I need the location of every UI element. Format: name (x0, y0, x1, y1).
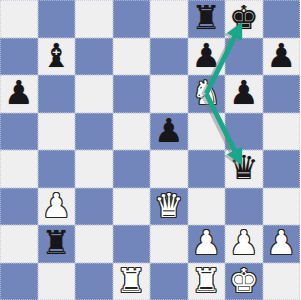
chess-board: ♜♚♝♟♟♟♞♟♟♛♟♛♜♟♟♟♜♜♚ (0, 0, 300, 300)
piece-white-pawn[interactable]: ♟ (266, 226, 296, 259)
piece-white-rook[interactable]: ♜ (116, 264, 146, 297)
square-d3[interactable] (113, 188, 151, 226)
piece-black-pawn[interactable]: ♟ (4, 76, 34, 109)
piece-black-rook[interactable]: ♜ (41, 226, 71, 259)
piece-black-queen[interactable]: ♛ (229, 151, 259, 184)
square-h2[interactable]: ♟ (263, 225, 301, 263)
square-a7[interactable] (0, 38, 38, 76)
square-b2[interactable]: ♜ (38, 225, 76, 263)
square-c5[interactable] (75, 113, 113, 151)
square-c4[interactable] (75, 150, 113, 188)
piece-black-pawn[interactable]: ♟ (266, 39, 296, 72)
square-h3[interactable] (263, 188, 301, 226)
piece-black-pawn[interactable]: ♟ (154, 114, 184, 147)
square-c3[interactable] (75, 188, 113, 226)
square-h1[interactable] (263, 263, 301, 300)
square-f4[interactable] (188, 150, 226, 188)
square-d4[interactable] (113, 150, 151, 188)
square-d5[interactable] (113, 113, 151, 151)
piece-white-knight[interactable]: ♞ (191, 76, 221, 109)
square-c1[interactable] (75, 263, 113, 300)
piece-white-king[interactable]: ♚ (229, 264, 259, 297)
square-h4[interactable] (263, 150, 301, 188)
square-a1[interactable] (0, 263, 38, 300)
square-e2[interactable] (150, 225, 188, 263)
square-b3[interactable]: ♟ (38, 188, 76, 226)
square-f7[interactable]: ♟ (188, 38, 226, 76)
piece-white-pawn[interactable]: ♟ (229, 226, 259, 259)
square-e7[interactable] (150, 38, 188, 76)
piece-black-rook[interactable]: ♜ (191, 1, 221, 34)
square-d6[interactable] (113, 75, 151, 113)
square-b4[interactable] (38, 150, 76, 188)
square-e4[interactable] (150, 150, 188, 188)
square-b6[interactable] (38, 75, 76, 113)
square-a3[interactable] (0, 188, 38, 226)
square-b7[interactable]: ♝ (38, 38, 76, 76)
square-d7[interactable] (113, 38, 151, 76)
square-e6[interactable] (150, 75, 188, 113)
piece-black-pawn[interactable]: ♟ (191, 39, 221, 72)
square-g4[interactable]: ♛ (225, 150, 263, 188)
square-b8[interactable] (38, 0, 76, 38)
square-g3[interactable] (225, 188, 263, 226)
square-g1[interactable]: ♚ (225, 263, 263, 300)
square-e8[interactable] (150, 0, 188, 38)
square-a8[interactable] (0, 0, 38, 38)
square-h7[interactable]: ♟ (263, 38, 301, 76)
square-f3[interactable] (188, 188, 226, 226)
square-f2[interactable]: ♟ (188, 225, 226, 263)
piece-white-pawn[interactable]: ♟ (191, 226, 221, 259)
square-a6[interactable]: ♟ (0, 75, 38, 113)
piece-white-rook[interactable]: ♜ (191, 264, 221, 297)
square-f5[interactable] (188, 113, 226, 151)
piece-black-pawn[interactable]: ♟ (229, 76, 259, 109)
square-a4[interactable] (0, 150, 38, 188)
square-h5[interactable] (263, 113, 301, 151)
piece-black-bishop[interactable]: ♝ (41, 39, 71, 72)
square-h6[interactable] (263, 75, 301, 113)
square-g6[interactable]: ♟ (225, 75, 263, 113)
square-e3[interactable]: ♛ (150, 188, 188, 226)
square-g2[interactable]: ♟ (225, 225, 263, 263)
piece-black-king[interactable]: ♚ (229, 1, 259, 34)
square-d2[interactable] (113, 225, 151, 263)
square-b5[interactable] (38, 113, 76, 151)
square-c6[interactable] (75, 75, 113, 113)
square-b1[interactable] (38, 263, 76, 300)
square-h8[interactable] (263, 0, 301, 38)
square-c7[interactable] (75, 38, 113, 76)
square-e5[interactable]: ♟ (150, 113, 188, 151)
square-g8[interactable]: ♚ (225, 0, 263, 38)
square-a2[interactable] (0, 225, 38, 263)
square-d1[interactable]: ♜ (113, 263, 151, 300)
square-g7[interactable] (225, 38, 263, 76)
square-f8[interactable]: ♜ (188, 0, 226, 38)
square-g5[interactable] (225, 113, 263, 151)
square-e1[interactable] (150, 263, 188, 300)
square-d8[interactable] (113, 0, 151, 38)
square-a5[interactable] (0, 113, 38, 151)
piece-white-pawn[interactable]: ♟ (41, 189, 71, 222)
square-c8[interactable] (75, 0, 113, 38)
square-c2[interactable] (75, 225, 113, 263)
piece-white-queen[interactable]: ♛ (154, 189, 184, 222)
square-f6[interactable]: ♞ (188, 75, 226, 113)
square-f1[interactable]: ♜ (188, 263, 226, 300)
